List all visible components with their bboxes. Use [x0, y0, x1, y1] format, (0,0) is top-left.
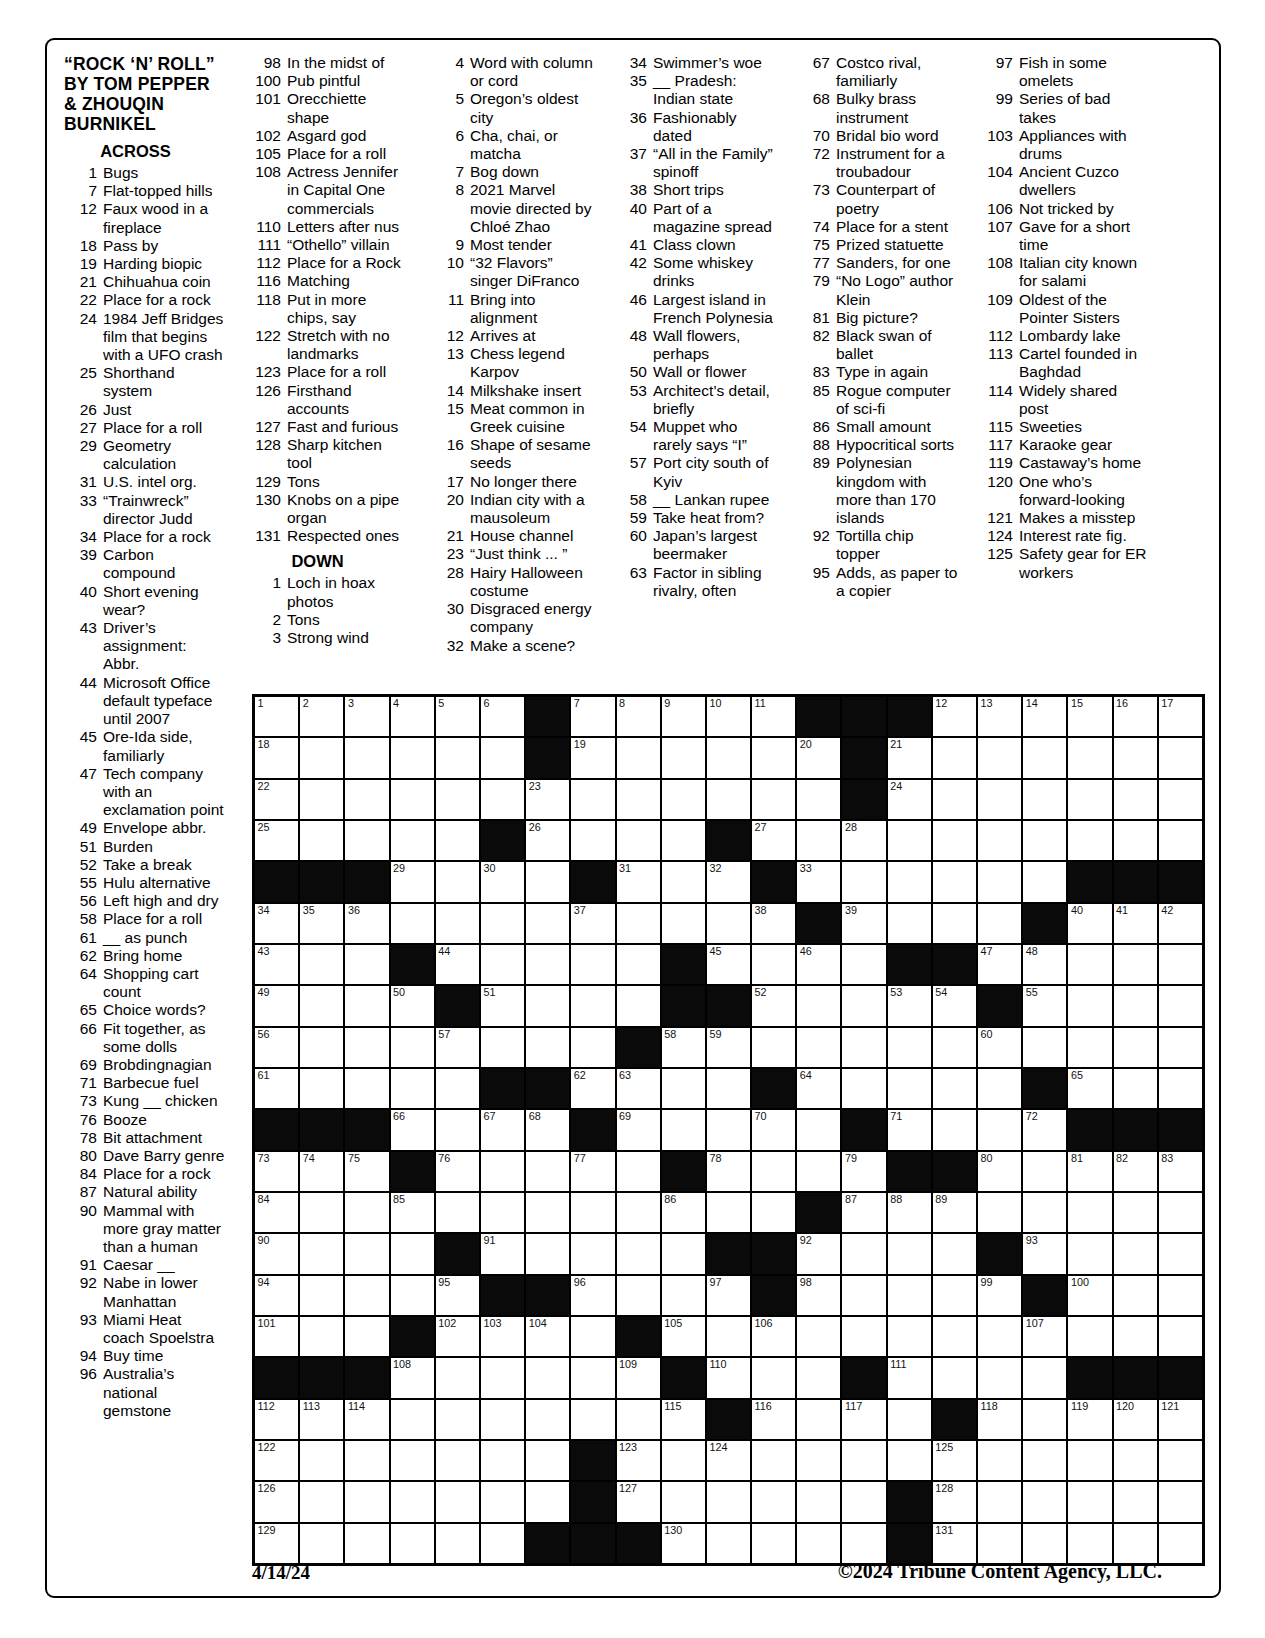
cell-r7c2[interactable]	[300, 945, 343, 984]
cell-r7c8[interactable]	[571, 945, 614, 984]
cell-r20c1[interactable]: 126	[255, 1482, 298, 1521]
cell-r1c17[interactable]: 13	[978, 697, 1021, 736]
cell-r12c11[interactable]: 78	[707, 1152, 750, 1191]
cell-r1c3[interactable]: 3	[345, 697, 388, 736]
cell-r16c14[interactable]	[842, 1317, 885, 1356]
cell-r10c16[interactable]	[933, 1069, 976, 1108]
cell-r1c11[interactable]: 10	[707, 697, 750, 736]
cell-r8c12[interactable]: 52	[752, 986, 795, 1025]
cell-r12c8[interactable]: 77	[571, 1152, 614, 1191]
cell-r2c2[interactable]	[300, 738, 343, 777]
cell-r1c6[interactable]: 6	[481, 697, 524, 736]
cell-r10c21[interactable]	[1159, 1069, 1202, 1108]
cell-r4c14[interactable]: 28	[842, 821, 885, 860]
cell-r2c8[interactable]: 19	[571, 738, 614, 777]
cell-r4c15[interactable]	[888, 821, 931, 860]
cell-r1c18[interactable]: 14	[1023, 697, 1066, 736]
cell-r10c19[interactable]: 65	[1068, 1069, 1111, 1108]
cell-r3c10[interactable]	[662, 780, 705, 819]
cell-r18c20[interactable]: 120	[1114, 1400, 1157, 1439]
cell-r3c12[interactable]	[752, 780, 795, 819]
cell-r17c16[interactable]	[933, 1358, 976, 1397]
cell-r19c5[interactable]	[436, 1441, 479, 1480]
cell-r14c16[interactable]	[933, 1234, 976, 1273]
cell-r15c2[interactable]	[300, 1276, 343, 1315]
cell-r20c21[interactable]	[1159, 1482, 1202, 1521]
cell-r6c17[interactable]	[978, 904, 1021, 943]
cell-r13c4[interactable]: 85	[391, 1193, 434, 1232]
cell-r9c11[interactable]: 59	[707, 1028, 750, 1067]
cell-r13c18[interactable]	[1023, 1193, 1066, 1232]
cell-r9c6[interactable]	[481, 1028, 524, 1067]
cell-r9c10[interactable]: 58	[662, 1028, 705, 1067]
cell-r5c13[interactable]: 33	[797, 862, 840, 901]
cell-r16c16[interactable]	[933, 1317, 976, 1356]
cell-r19c1[interactable]: 122	[255, 1441, 298, 1480]
cell-r8c21[interactable]	[1159, 986, 1202, 1025]
cell-r5c4[interactable]: 29	[391, 862, 434, 901]
cell-r12c1[interactable]: 73	[255, 1152, 298, 1191]
cell-r20c16[interactable]: 128	[933, 1482, 976, 1521]
cell-r20c6[interactable]	[481, 1482, 524, 1521]
cell-r16c2[interactable]	[300, 1317, 343, 1356]
cell-r3c9[interactable]	[617, 780, 660, 819]
cell-r12c20[interactable]: 82	[1114, 1152, 1157, 1191]
cell-r2c9[interactable]	[617, 738, 660, 777]
cell-r16c20[interactable]	[1114, 1317, 1157, 1356]
cell-r6c2[interactable]: 35	[300, 904, 343, 943]
cell-r10c9[interactable]: 63	[617, 1069, 660, 1108]
cell-r20c5[interactable]	[436, 1482, 479, 1521]
cell-r17c17[interactable]	[978, 1358, 1021, 1397]
cell-r5c15[interactable]	[888, 862, 931, 901]
cell-r15c1[interactable]: 94	[255, 1276, 298, 1315]
cell-r21c13[interactable]	[797, 1524, 840, 1563]
cell-r12c14[interactable]: 79	[842, 1152, 885, 1191]
cell-r8c8[interactable]	[571, 986, 614, 1025]
cell-r13c10[interactable]: 86	[662, 1193, 705, 1232]
cell-r18c3[interactable]: 114	[345, 1400, 388, 1439]
cell-r12c6[interactable]	[481, 1152, 524, 1191]
cell-r13c15[interactable]: 88	[888, 1193, 931, 1232]
cell-r18c19[interactable]: 119	[1068, 1400, 1111, 1439]
cell-r12c18[interactable]	[1023, 1152, 1066, 1191]
cell-r15c4[interactable]	[391, 1276, 434, 1315]
cell-r17c6[interactable]	[481, 1358, 524, 1397]
cell-r1c8[interactable]: 7	[571, 697, 614, 736]
cell-r14c4[interactable]	[391, 1234, 434, 1273]
cell-r6c19[interactable]: 40	[1068, 904, 1111, 943]
cell-r18c13[interactable]	[797, 1400, 840, 1439]
cell-r18c12[interactable]: 116	[752, 1400, 795, 1439]
cell-r3c5[interactable]	[436, 780, 479, 819]
cell-r4c20[interactable]	[1114, 821, 1157, 860]
cell-r17c15[interactable]: 111	[888, 1358, 931, 1397]
cell-r21c20[interactable]	[1114, 1524, 1157, 1563]
cell-r13c2[interactable]	[300, 1193, 343, 1232]
cell-r8c14[interactable]	[842, 986, 885, 1025]
cell-r15c14[interactable]	[842, 1276, 885, 1315]
cell-r1c20[interactable]: 16	[1114, 697, 1157, 736]
cell-r15c20[interactable]	[1114, 1276, 1157, 1315]
cell-r2c19[interactable]	[1068, 738, 1111, 777]
cell-r11c15[interactable]: 71	[888, 1110, 931, 1149]
cell-r10c8[interactable]: 62	[571, 1069, 614, 1108]
cell-r6c10[interactable]	[662, 904, 705, 943]
cell-r4c21[interactable]	[1159, 821, 1202, 860]
cell-r6c20[interactable]: 41	[1114, 904, 1157, 943]
cell-r11c18[interactable]: 72	[1023, 1110, 1066, 1149]
cell-r2c10[interactable]	[662, 738, 705, 777]
cell-r12c13[interactable]	[797, 1152, 840, 1191]
cell-r13c6[interactable]	[481, 1193, 524, 1232]
cell-r15c13[interactable]: 98	[797, 1276, 840, 1315]
cell-r18c6[interactable]	[481, 1400, 524, 1439]
cell-r19c17[interactable]	[978, 1441, 1021, 1480]
cell-r7c18[interactable]: 48	[1023, 945, 1066, 984]
cell-r7c20[interactable]	[1114, 945, 1157, 984]
cell-r18c5[interactable]	[436, 1400, 479, 1439]
cell-r5c9[interactable]: 31	[617, 862, 660, 901]
cell-r18c10[interactable]: 115	[662, 1400, 705, 1439]
cell-r7c1[interactable]: 43	[255, 945, 298, 984]
cell-r9c13[interactable]	[797, 1028, 840, 1067]
cell-r19c7[interactable]	[526, 1441, 569, 1480]
cell-r3c18[interactable]	[1023, 780, 1066, 819]
cell-r13c1[interactable]: 84	[255, 1193, 298, 1232]
cell-r10c13[interactable]: 64	[797, 1069, 840, 1108]
cell-r19c6[interactable]	[481, 1441, 524, 1480]
cell-r1c2[interactable]: 2	[300, 697, 343, 736]
cell-r13c5[interactable]	[436, 1193, 479, 1232]
cell-r9c3[interactable]	[345, 1028, 388, 1067]
cell-r10c11[interactable]	[707, 1069, 750, 1108]
cell-r10c20[interactable]	[1114, 1069, 1157, 1108]
cell-r21c17[interactable]	[978, 1524, 1021, 1563]
cell-r19c20[interactable]	[1114, 1441, 1157, 1480]
cell-r19c4[interactable]	[391, 1441, 434, 1480]
cell-r13c8[interactable]	[571, 1193, 614, 1232]
cell-r14c18[interactable]: 93	[1023, 1234, 1066, 1273]
cell-r4c4[interactable]	[391, 821, 434, 860]
cell-r19c13[interactable]	[797, 1441, 840, 1480]
cell-r1c9[interactable]: 8	[617, 697, 660, 736]
cell-r3c19[interactable]	[1068, 780, 1111, 819]
cell-r19c21[interactable]	[1159, 1441, 1202, 1480]
cell-r3c1[interactable]: 22	[255, 780, 298, 819]
cell-r6c7[interactable]	[526, 904, 569, 943]
cell-r13c9[interactable]	[617, 1193, 660, 1232]
cell-r5c17[interactable]	[978, 862, 1021, 901]
cell-r19c9[interactable]: 123	[617, 1441, 660, 1480]
cell-r17c13[interactable]	[797, 1358, 840, 1397]
cell-r2c15[interactable]: 21	[888, 738, 931, 777]
cell-r6c9[interactable]	[617, 904, 660, 943]
cell-r9c21[interactable]	[1159, 1028, 1202, 1067]
cell-r13c3[interactable]	[345, 1193, 388, 1232]
cell-r16c18[interactable]: 107	[1023, 1317, 1066, 1356]
cell-r4c13[interactable]	[797, 821, 840, 860]
cell-r7c11[interactable]: 45	[707, 945, 750, 984]
cell-r2c1[interactable]: 18	[255, 738, 298, 777]
cell-r6c11[interactable]	[707, 904, 750, 943]
cell-r1c5[interactable]: 5	[436, 697, 479, 736]
cell-r20c9[interactable]: 127	[617, 1482, 660, 1521]
cell-r7c12[interactable]	[752, 945, 795, 984]
cell-r2c3[interactable]	[345, 738, 388, 777]
cell-r20c2[interactable]	[300, 1482, 343, 1521]
cell-r6c5[interactable]	[436, 904, 479, 943]
cell-r7c7[interactable]	[526, 945, 569, 984]
cell-r10c14[interactable]	[842, 1069, 885, 1108]
cell-r13c7[interactable]	[526, 1193, 569, 1232]
cell-r8c16[interactable]: 54	[933, 986, 976, 1025]
cell-r12c9[interactable]	[617, 1152, 660, 1191]
cell-r2c5[interactable]	[436, 738, 479, 777]
cell-r21c18[interactable]	[1023, 1524, 1066, 1563]
cell-r21c3[interactable]	[345, 1524, 388, 1563]
cell-r1c19[interactable]: 15	[1068, 697, 1111, 736]
cell-r13c14[interactable]: 87	[842, 1193, 885, 1232]
cell-r1c16[interactable]: 12	[933, 697, 976, 736]
cell-r14c15[interactable]	[888, 1234, 931, 1273]
cell-r20c14[interactable]	[842, 1482, 885, 1521]
cell-r9c17[interactable]: 60	[978, 1028, 1021, 1067]
cell-r13c20[interactable]	[1114, 1193, 1157, 1232]
cell-r9c1[interactable]: 56	[255, 1028, 298, 1067]
cell-r5c11[interactable]: 32	[707, 862, 750, 901]
cell-r12c21[interactable]: 83	[1159, 1152, 1202, 1191]
cell-r16c5[interactable]: 102	[436, 1317, 479, 1356]
cell-r2c16[interactable]	[933, 738, 976, 777]
cell-r1c1[interactable]: 1	[255, 697, 298, 736]
cell-r14c8[interactable]	[571, 1234, 614, 1273]
cell-r4c16[interactable]	[933, 821, 976, 860]
cell-r11c4[interactable]: 66	[391, 1110, 434, 1149]
cell-r18c4[interactable]	[391, 1400, 434, 1439]
cell-r3c8[interactable]	[571, 780, 614, 819]
cell-r5c6[interactable]: 30	[481, 862, 524, 901]
cell-r3c17[interactable]	[978, 780, 1021, 819]
cell-r7c19[interactable]	[1068, 945, 1111, 984]
cell-r2c11[interactable]	[707, 738, 750, 777]
cell-r21c2[interactable]	[300, 1524, 343, 1563]
cell-r19c18[interactable]	[1023, 1441, 1066, 1480]
cell-r21c21[interactable]	[1159, 1524, 1202, 1563]
cell-r12c2[interactable]: 74	[300, 1152, 343, 1191]
cell-r8c13[interactable]	[797, 986, 840, 1025]
cell-r15c17[interactable]: 99	[978, 1276, 1021, 1315]
cell-r4c7[interactable]: 26	[526, 821, 569, 860]
cell-r1c21[interactable]: 17	[1159, 697, 1202, 736]
cell-r6c6[interactable]	[481, 904, 524, 943]
cell-r18c8[interactable]	[571, 1400, 614, 1439]
cell-r6c4[interactable]	[391, 904, 434, 943]
cell-r15c5[interactable]: 95	[436, 1276, 479, 1315]
cell-r20c19[interactable]	[1068, 1482, 1111, 1521]
cell-r9c16[interactable]	[933, 1028, 976, 1067]
cell-r21c6[interactable]	[481, 1524, 524, 1563]
cell-r5c14[interactable]	[842, 862, 885, 901]
cell-r7c17[interactable]: 47	[978, 945, 1021, 984]
cell-r16c3[interactable]	[345, 1317, 388, 1356]
cell-r5c16[interactable]	[933, 862, 976, 901]
cell-r18c7[interactable]	[526, 1400, 569, 1439]
cell-r9c5[interactable]: 57	[436, 1028, 479, 1067]
cell-r2c6[interactable]	[481, 738, 524, 777]
cell-r4c12[interactable]: 27	[752, 821, 795, 860]
cell-r2c17[interactable]	[978, 738, 1021, 777]
cell-r7c21[interactable]	[1159, 945, 1202, 984]
cell-r19c11[interactable]: 124	[707, 1441, 750, 1480]
cell-r18c21[interactable]: 121	[1159, 1400, 1202, 1439]
cell-r5c7[interactable]	[526, 862, 569, 901]
cell-r6c1[interactable]: 34	[255, 904, 298, 943]
cell-r3c15[interactable]: 24	[888, 780, 931, 819]
cell-r14c1[interactable]: 90	[255, 1234, 298, 1273]
cell-r16c21[interactable]	[1159, 1317, 1202, 1356]
cell-r7c14[interactable]	[842, 945, 885, 984]
cell-r2c20[interactable]	[1114, 738, 1157, 777]
cell-r13c21[interactable]	[1159, 1193, 1202, 1232]
cell-r20c10[interactable]	[662, 1482, 705, 1521]
cell-r13c17[interactable]	[978, 1193, 1021, 1232]
cell-r16c13[interactable]	[797, 1317, 840, 1356]
cell-r11c12[interactable]: 70	[752, 1110, 795, 1149]
cell-r9c2[interactable]	[300, 1028, 343, 1067]
cell-r4c18[interactable]	[1023, 821, 1066, 860]
cell-r5c10[interactable]	[662, 862, 705, 901]
cell-r3c2[interactable]	[300, 780, 343, 819]
cell-r11c7[interactable]: 68	[526, 1110, 569, 1149]
cell-r9c20[interactable]	[1114, 1028, 1157, 1067]
cell-r17c4[interactable]: 108	[391, 1358, 434, 1397]
cell-r12c12[interactable]	[752, 1152, 795, 1191]
cell-r14c13[interactable]: 92	[797, 1234, 840, 1273]
cell-r15c11[interactable]: 97	[707, 1276, 750, 1315]
cell-r3c20[interactable]	[1114, 780, 1157, 819]
cell-r17c11[interactable]: 110	[707, 1358, 750, 1397]
cell-r11c6[interactable]: 67	[481, 1110, 524, 1149]
cell-r21c14[interactable]	[842, 1524, 885, 1563]
cell-r14c21[interactable]	[1159, 1234, 1202, 1273]
cell-r10c17[interactable]	[978, 1069, 1021, 1108]
cell-r18c15[interactable]	[888, 1400, 931, 1439]
cell-r3c6[interactable]	[481, 780, 524, 819]
cell-r16c11[interactable]	[707, 1317, 750, 1356]
cell-r6c8[interactable]: 37	[571, 904, 614, 943]
cell-r5c5[interactable]	[436, 862, 479, 901]
cell-r8c6[interactable]: 51	[481, 986, 524, 1025]
cell-r10c3[interactable]	[345, 1069, 388, 1108]
cell-r6c16[interactable]	[933, 904, 976, 943]
cell-r17c12[interactable]	[752, 1358, 795, 1397]
cell-r4c19[interactable]	[1068, 821, 1111, 860]
cell-r21c5[interactable]	[436, 1524, 479, 1563]
cell-r4c1[interactable]: 25	[255, 821, 298, 860]
cell-r8c18[interactable]: 55	[1023, 986, 1066, 1025]
cell-r20c12[interactable]	[752, 1482, 795, 1521]
cell-r14c19[interactable]	[1068, 1234, 1111, 1273]
cell-r21c11[interactable]	[707, 1524, 750, 1563]
cell-r17c9[interactable]: 109	[617, 1358, 660, 1397]
cell-r20c11[interactable]	[707, 1482, 750, 1521]
cell-r12c17[interactable]: 80	[978, 1152, 1021, 1191]
cell-r15c15[interactable]	[888, 1276, 931, 1315]
cell-r21c16[interactable]: 131	[933, 1524, 976, 1563]
cell-r14c2[interactable]	[300, 1234, 343, 1273]
cell-r15c9[interactable]	[617, 1276, 660, 1315]
cell-r20c20[interactable]	[1114, 1482, 1157, 1521]
cell-r13c11[interactable]	[707, 1193, 750, 1232]
cell-r2c13[interactable]: 20	[797, 738, 840, 777]
cell-r15c21[interactable]	[1159, 1276, 1202, 1315]
cell-r16c1[interactable]: 101	[255, 1317, 298, 1356]
cell-r13c19[interactable]	[1068, 1193, 1111, 1232]
cell-r8c15[interactable]: 53	[888, 986, 931, 1025]
cell-r9c19[interactable]	[1068, 1028, 1111, 1067]
cell-r1c10[interactable]: 9	[662, 697, 705, 736]
cell-r4c2[interactable]	[300, 821, 343, 860]
cell-r12c7[interactable]	[526, 1152, 569, 1191]
cell-r9c8[interactable]	[571, 1028, 614, 1067]
cell-r2c12[interactable]	[752, 738, 795, 777]
cell-r12c5[interactable]: 76	[436, 1152, 479, 1191]
cell-r16c12[interactable]: 106	[752, 1317, 795, 1356]
cell-r14c6[interactable]: 91	[481, 1234, 524, 1273]
cell-r10c2[interactable]	[300, 1069, 343, 1108]
cell-r15c8[interactable]: 96	[571, 1276, 614, 1315]
cell-r18c18[interactable]	[1023, 1400, 1066, 1439]
cell-r19c3[interactable]	[345, 1441, 388, 1480]
cell-r8c4[interactable]: 50	[391, 986, 434, 1025]
cell-r7c9[interactable]	[617, 945, 660, 984]
cell-r11c17[interactable]	[978, 1110, 1021, 1149]
cell-r2c21[interactable]	[1159, 738, 1202, 777]
cell-r21c19[interactable]	[1068, 1524, 1111, 1563]
cell-r18c9[interactable]	[617, 1400, 660, 1439]
cell-r1c4[interactable]: 4	[391, 697, 434, 736]
cell-r14c9[interactable]	[617, 1234, 660, 1273]
cell-r17c8[interactable]	[571, 1358, 614, 1397]
cell-r4c3[interactable]	[345, 821, 388, 860]
cell-r19c19[interactable]	[1068, 1441, 1111, 1480]
cell-r12c19[interactable]: 81	[1068, 1152, 1111, 1191]
cell-r5c18[interactable]	[1023, 862, 1066, 901]
cell-r11c5[interactable]	[436, 1110, 479, 1149]
cell-r16c17[interactable]	[978, 1317, 1021, 1356]
cell-r11c16[interactable]	[933, 1110, 976, 1149]
cell-r9c18[interactable]	[1023, 1028, 1066, 1067]
cell-r10c5[interactable]	[436, 1069, 479, 1108]
cell-r7c5[interactable]: 44	[436, 945, 479, 984]
cell-r10c10[interactable]	[662, 1069, 705, 1108]
cell-r9c12[interactable]	[752, 1028, 795, 1067]
cell-r8c9[interactable]	[617, 986, 660, 1025]
cell-r7c6[interactable]	[481, 945, 524, 984]
cell-r8c20[interactable]	[1114, 986, 1157, 1025]
cell-r9c7[interactable]	[526, 1028, 569, 1067]
cell-r20c18[interactable]	[1023, 1482, 1066, 1521]
cell-r11c13[interactable]	[797, 1110, 840, 1149]
cell-r7c13[interactable]: 46	[797, 945, 840, 984]
cell-r20c17[interactable]	[978, 1482, 1021, 1521]
cell-r8c1[interactable]: 49	[255, 986, 298, 1025]
cell-r8c3[interactable]	[345, 986, 388, 1025]
cell-r1c12[interactable]: 11	[752, 697, 795, 736]
cell-r9c15[interactable]	[888, 1028, 931, 1067]
cell-r3c13[interactable]	[797, 780, 840, 819]
